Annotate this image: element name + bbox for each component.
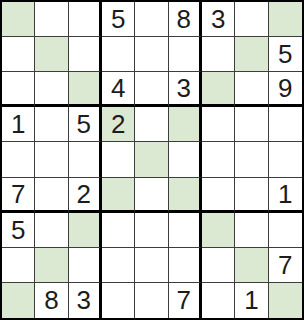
cell-r5c3[interactable] xyxy=(69,142,102,177)
cell-r4c3[interactable]: 5 xyxy=(69,107,102,142)
cell-r3c1[interactable] xyxy=(2,72,35,107)
cell-r5c6[interactable] xyxy=(169,142,202,177)
sudoku-board: 5835439152721578371 xyxy=(0,0,304,320)
cell-r7c7[interactable] xyxy=(202,213,235,248)
cell-r4c5[interactable] xyxy=(135,107,168,142)
cell-r6c4[interactable] xyxy=(102,178,135,213)
cell-r2c1[interactable] xyxy=(2,37,35,72)
cell-r1c7[interactable]: 3 xyxy=(202,2,235,37)
cell-r1c1[interactable] xyxy=(2,2,35,37)
cell-r5c5[interactable] xyxy=(135,142,168,177)
cell-r7c2[interactable] xyxy=(35,213,68,248)
cell-r8c7[interactable] xyxy=(202,248,235,283)
cell-r5c4[interactable] xyxy=(102,142,135,177)
cell-r1c9[interactable] xyxy=(269,2,302,37)
cell-r8c3[interactable] xyxy=(69,248,102,283)
cell-r9c2[interactable]: 8 xyxy=(35,283,68,318)
cell-r8c5[interactable] xyxy=(135,248,168,283)
cell-r9c1[interactable] xyxy=(2,283,35,318)
cell-r6c5[interactable] xyxy=(135,178,168,213)
cell-r4c9[interactable] xyxy=(269,107,302,142)
cell-r8c6[interactable] xyxy=(169,248,202,283)
cell-r7c8[interactable] xyxy=(235,213,268,248)
cell-r3c6[interactable]: 3 xyxy=(169,72,202,107)
cell-r8c4[interactable] xyxy=(102,248,135,283)
cell-r7c1[interactable]: 5 xyxy=(2,213,35,248)
cell-r7c6[interactable] xyxy=(169,213,202,248)
cell-r3c7[interactable] xyxy=(202,72,235,107)
cell-r6c3[interactable]: 2 xyxy=(69,178,102,213)
cell-r1c2[interactable] xyxy=(35,2,68,37)
cell-r5c2[interactable] xyxy=(35,142,68,177)
cell-r6c9[interactable]: 1 xyxy=(269,178,302,213)
cell-r4c8[interactable] xyxy=(235,107,268,142)
cell-r4c7[interactable] xyxy=(202,107,235,142)
cell-r6c8[interactable] xyxy=(235,178,268,213)
cell-r5c9[interactable] xyxy=(269,142,302,177)
cell-r9c9[interactable] xyxy=(269,283,302,318)
cell-r2c2[interactable] xyxy=(35,37,68,72)
cell-r2c8[interactable] xyxy=(235,37,268,72)
cell-r2c6[interactable] xyxy=(169,37,202,72)
cell-r3c9[interactable]: 9 xyxy=(269,72,302,107)
cell-r6c7[interactable] xyxy=(202,178,235,213)
cell-r2c9[interactable]: 5 xyxy=(269,37,302,72)
cell-r4c6[interactable] xyxy=(169,107,202,142)
cell-r2c7[interactable] xyxy=(202,37,235,72)
cell-r2c4[interactable] xyxy=(102,37,135,72)
cell-r2c5[interactable] xyxy=(135,37,168,72)
cell-r1c8[interactable] xyxy=(235,2,268,37)
cell-r8c9[interactable]: 7 xyxy=(269,248,302,283)
cell-r5c7[interactable] xyxy=(202,142,235,177)
cell-r9c8[interactable]: 1 xyxy=(235,283,268,318)
cell-r4c1[interactable]: 1 xyxy=(2,107,35,142)
cell-r3c8[interactable] xyxy=(235,72,268,107)
cell-r3c4[interactable]: 4 xyxy=(102,72,135,107)
cell-r6c2[interactable] xyxy=(35,178,68,213)
cell-r6c6[interactable] xyxy=(169,178,202,213)
cell-r3c3[interactable] xyxy=(69,72,102,107)
cell-r1c6[interactable]: 8 xyxy=(169,2,202,37)
cell-r7c3[interactable] xyxy=(69,213,102,248)
cell-r5c8[interactable] xyxy=(235,142,268,177)
cell-r8c8[interactable] xyxy=(235,248,268,283)
cell-r1c4[interactable]: 5 xyxy=(102,2,135,37)
cell-r3c2[interactable] xyxy=(35,72,68,107)
cell-r9c3[interactable]: 3 xyxy=(69,283,102,318)
cell-r8c1[interactable] xyxy=(2,248,35,283)
cell-r2c3[interactable] xyxy=(69,37,102,72)
cell-r4c2[interactable] xyxy=(35,107,68,142)
cell-r7c9[interactable] xyxy=(269,213,302,248)
cell-r1c5[interactable] xyxy=(135,2,168,37)
cell-r9c6[interactable]: 7 xyxy=(169,283,202,318)
cell-r6c1[interactable]: 7 xyxy=(2,178,35,213)
cell-r9c4[interactable] xyxy=(102,283,135,318)
cell-r3c5[interactable] xyxy=(135,72,168,107)
cell-r9c7[interactable] xyxy=(202,283,235,318)
cell-r4c4[interactable]: 2 xyxy=(102,107,135,142)
cell-r9c5[interactable] xyxy=(135,283,168,318)
cell-r1c3[interactable] xyxy=(69,2,102,37)
cell-r5c1[interactable] xyxy=(2,142,35,177)
cell-r8c2[interactable] xyxy=(35,248,68,283)
cell-r7c5[interactable] xyxy=(135,213,168,248)
cell-r7c4[interactable] xyxy=(102,213,135,248)
